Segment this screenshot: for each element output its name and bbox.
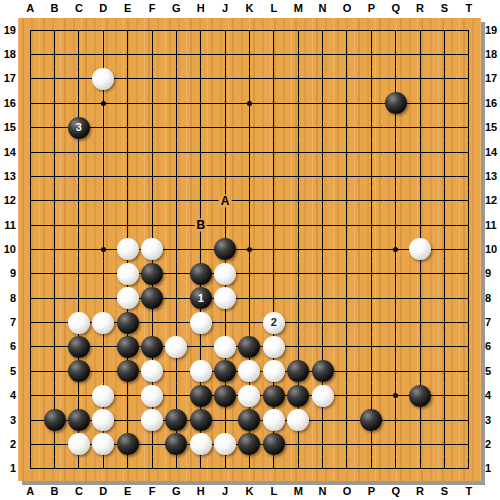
intersection[interactable] bbox=[42, 164, 66, 188]
intersection[interactable] bbox=[189, 457, 213, 481]
intersection[interactable] bbox=[140, 18, 164, 42]
white-stone[interactable] bbox=[312, 385, 334, 407]
intersection[interactable] bbox=[262, 42, 286, 66]
intersection[interactable] bbox=[384, 67, 408, 91]
intersection[interactable] bbox=[140, 335, 164, 359]
intersection[interactable] bbox=[189, 115, 213, 139]
intersection[interactable] bbox=[457, 67, 481, 91]
white-stone[interactable] bbox=[141, 409, 163, 431]
intersection[interactable] bbox=[18, 213, 42, 237]
intersection[interactable] bbox=[67, 42, 91, 66]
intersection[interactable] bbox=[67, 237, 91, 261]
intersection[interactable] bbox=[164, 115, 188, 139]
black-stone[interactable]: 3 bbox=[68, 117, 90, 139]
intersection[interactable] bbox=[384, 457, 408, 481]
intersection[interactable] bbox=[91, 67, 115, 91]
intersection[interactable] bbox=[457, 457, 481, 481]
intersection[interactable] bbox=[262, 262, 286, 286]
intersection[interactable] bbox=[67, 67, 91, 91]
intersection[interactable] bbox=[42, 115, 66, 139]
intersection[interactable] bbox=[237, 213, 261, 237]
intersection[interactable] bbox=[408, 310, 432, 334]
intersection[interactable] bbox=[164, 18, 188, 42]
intersection[interactable] bbox=[91, 213, 115, 237]
intersection[interactable] bbox=[67, 189, 91, 213]
white-stone[interactable] bbox=[409, 238, 431, 260]
black-stone[interactable]: 1 bbox=[190, 287, 212, 309]
intersection[interactable] bbox=[115, 359, 139, 383]
white-stone[interactable] bbox=[214, 263, 236, 285]
intersection[interactable]: 2 bbox=[262, 310, 286, 334]
intersection[interactable] bbox=[359, 286, 383, 310]
intersection[interactable] bbox=[189, 335, 213, 359]
intersection[interactable] bbox=[262, 335, 286, 359]
intersection[interactable] bbox=[115, 384, 139, 408]
intersection[interactable] bbox=[164, 286, 188, 310]
intersection[interactable] bbox=[408, 91, 432, 115]
intersection[interactable] bbox=[42, 67, 66, 91]
intersection[interactable] bbox=[286, 457, 310, 481]
intersection[interactable] bbox=[213, 67, 237, 91]
intersection[interactable] bbox=[237, 115, 261, 139]
intersection[interactable] bbox=[237, 164, 261, 188]
intersection[interactable] bbox=[237, 310, 261, 334]
intersection[interactable] bbox=[432, 67, 456, 91]
intersection[interactable] bbox=[18, 164, 42, 188]
intersection[interactable] bbox=[91, 310, 115, 334]
intersection[interactable] bbox=[310, 335, 334, 359]
intersection[interactable] bbox=[262, 286, 286, 310]
intersection[interactable] bbox=[237, 335, 261, 359]
intersection[interactable] bbox=[67, 408, 91, 432]
intersection[interactable] bbox=[18, 310, 42, 334]
intersection[interactable] bbox=[262, 432, 286, 456]
intersection[interactable] bbox=[164, 189, 188, 213]
intersection[interactable] bbox=[164, 213, 188, 237]
intersection[interactable] bbox=[237, 140, 261, 164]
intersection[interactable] bbox=[310, 18, 334, 42]
intersection[interactable] bbox=[335, 335, 359, 359]
intersection[interactable] bbox=[457, 432, 481, 456]
intersection[interactable] bbox=[42, 213, 66, 237]
white-stone[interactable] bbox=[117, 287, 139, 309]
intersection[interactable] bbox=[164, 237, 188, 261]
intersection[interactable] bbox=[384, 384, 408, 408]
intersection[interactable] bbox=[164, 384, 188, 408]
intersection[interactable] bbox=[262, 115, 286, 139]
intersection[interactable] bbox=[115, 18, 139, 42]
intersection[interactable] bbox=[164, 432, 188, 456]
intersection[interactable] bbox=[310, 140, 334, 164]
intersection[interactable] bbox=[262, 457, 286, 481]
intersection[interactable] bbox=[310, 408, 334, 432]
intersection[interactable] bbox=[91, 18, 115, 42]
intersection[interactable] bbox=[457, 42, 481, 66]
intersection[interactable] bbox=[286, 42, 310, 66]
white-stone[interactable] bbox=[141, 238, 163, 260]
intersection[interactable] bbox=[310, 262, 334, 286]
intersection[interactable] bbox=[237, 384, 261, 408]
intersection[interactable] bbox=[359, 115, 383, 139]
intersection[interactable] bbox=[164, 262, 188, 286]
black-stone[interactable] bbox=[360, 409, 382, 431]
intersection[interactable] bbox=[91, 189, 115, 213]
intersection[interactable] bbox=[408, 335, 432, 359]
intersection[interactable] bbox=[213, 262, 237, 286]
intersection[interactable] bbox=[189, 18, 213, 42]
intersection[interactable] bbox=[384, 286, 408, 310]
intersection[interactable] bbox=[164, 310, 188, 334]
intersection[interactable] bbox=[189, 262, 213, 286]
white-stone[interactable]: 2 bbox=[263, 312, 285, 334]
intersection[interactable] bbox=[359, 164, 383, 188]
intersection[interactable] bbox=[213, 432, 237, 456]
white-stone[interactable] bbox=[263, 360, 285, 382]
intersection[interactable] bbox=[213, 457, 237, 481]
intersection[interactable] bbox=[237, 408, 261, 432]
intersection[interactable] bbox=[286, 432, 310, 456]
black-stone[interactable] bbox=[238, 336, 260, 358]
intersection[interactable] bbox=[286, 310, 310, 334]
black-stone[interactable] bbox=[68, 409, 90, 431]
intersection[interactable] bbox=[432, 384, 456, 408]
intersection[interactable] bbox=[335, 384, 359, 408]
intersection[interactable] bbox=[286, 286, 310, 310]
intersection[interactable] bbox=[189, 432, 213, 456]
intersection[interactable] bbox=[115, 310, 139, 334]
intersection[interactable] bbox=[91, 42, 115, 66]
intersection[interactable] bbox=[237, 18, 261, 42]
intersection[interactable] bbox=[384, 432, 408, 456]
intersection[interactable] bbox=[408, 42, 432, 66]
white-stone[interactable] bbox=[92, 312, 114, 334]
white-stone[interactable] bbox=[92, 385, 114, 407]
black-stone[interactable] bbox=[141, 287, 163, 309]
intersection[interactable] bbox=[213, 237, 237, 261]
intersection[interactable] bbox=[140, 42, 164, 66]
black-stone[interactable] bbox=[263, 385, 285, 407]
intersection[interactable] bbox=[67, 213, 91, 237]
white-stone[interactable] bbox=[214, 287, 236, 309]
intersection[interactable] bbox=[335, 432, 359, 456]
intersection[interactable] bbox=[140, 359, 164, 383]
white-stone[interactable] bbox=[68, 312, 90, 334]
intersection[interactable] bbox=[359, 384, 383, 408]
intersection[interactable] bbox=[42, 384, 66, 408]
intersection[interactable] bbox=[189, 359, 213, 383]
intersection[interactable] bbox=[91, 140, 115, 164]
intersection[interactable] bbox=[237, 67, 261, 91]
intersection[interactable] bbox=[310, 164, 334, 188]
intersection[interactable] bbox=[42, 408, 66, 432]
black-stone[interactable] bbox=[117, 360, 139, 382]
intersection[interactable] bbox=[67, 359, 91, 383]
intersection[interactable] bbox=[189, 408, 213, 432]
intersection[interactable] bbox=[189, 310, 213, 334]
intersection[interactable] bbox=[286, 213, 310, 237]
intersection[interactable] bbox=[286, 164, 310, 188]
intersection[interactable] bbox=[457, 262, 481, 286]
intersection[interactable] bbox=[432, 359, 456, 383]
intersection[interactable] bbox=[310, 432, 334, 456]
intersection[interactable] bbox=[140, 286, 164, 310]
intersection[interactable] bbox=[42, 42, 66, 66]
intersection[interactable] bbox=[18, 115, 42, 139]
intersection[interactable] bbox=[457, 91, 481, 115]
intersection[interactable] bbox=[213, 18, 237, 42]
white-stone[interactable] bbox=[263, 409, 285, 431]
intersection[interactable] bbox=[432, 140, 456, 164]
intersection[interactable] bbox=[310, 457, 334, 481]
intersection[interactable] bbox=[457, 384, 481, 408]
intersection[interactable] bbox=[335, 115, 359, 139]
intersection[interactable] bbox=[213, 115, 237, 139]
intersection[interactable] bbox=[115, 213, 139, 237]
intersection[interactable] bbox=[457, 213, 481, 237]
intersection[interactable] bbox=[164, 164, 188, 188]
intersection[interactable] bbox=[432, 189, 456, 213]
intersection[interactable] bbox=[432, 457, 456, 481]
black-stone[interactable] bbox=[214, 385, 236, 407]
intersection[interactable] bbox=[262, 237, 286, 261]
intersection[interactable] bbox=[91, 335, 115, 359]
intersection[interactable] bbox=[408, 213, 432, 237]
intersection[interactable] bbox=[67, 335, 91, 359]
intersection[interactable] bbox=[432, 91, 456, 115]
white-stone[interactable] bbox=[190, 360, 212, 382]
white-stone[interactable] bbox=[165, 336, 187, 358]
intersection[interactable] bbox=[310, 213, 334, 237]
intersection[interactable] bbox=[91, 91, 115, 115]
intersection[interactable] bbox=[359, 67, 383, 91]
white-stone[interactable] bbox=[238, 360, 260, 382]
white-stone[interactable] bbox=[214, 336, 236, 358]
intersection[interactable] bbox=[262, 384, 286, 408]
black-stone[interactable] bbox=[165, 409, 187, 431]
white-stone[interactable] bbox=[68, 433, 90, 455]
intersection[interactable] bbox=[140, 408, 164, 432]
intersection[interactable] bbox=[310, 384, 334, 408]
intersection[interactable] bbox=[140, 262, 164, 286]
intersection[interactable] bbox=[140, 164, 164, 188]
intersection[interactable] bbox=[42, 310, 66, 334]
intersection[interactable] bbox=[164, 408, 188, 432]
intersection[interactable] bbox=[42, 432, 66, 456]
intersection[interactable] bbox=[115, 335, 139, 359]
intersection[interactable] bbox=[384, 164, 408, 188]
intersection[interactable] bbox=[91, 286, 115, 310]
intersection[interactable] bbox=[115, 262, 139, 286]
intersection[interactable] bbox=[335, 262, 359, 286]
intersection[interactable] bbox=[384, 262, 408, 286]
intersection[interactable] bbox=[67, 286, 91, 310]
intersection[interactable] bbox=[359, 91, 383, 115]
intersection[interactable] bbox=[115, 286, 139, 310]
intersection[interactable] bbox=[432, 286, 456, 310]
intersection[interactable] bbox=[67, 18, 91, 42]
intersection[interactable] bbox=[140, 189, 164, 213]
intersection[interactable] bbox=[67, 310, 91, 334]
intersection[interactable] bbox=[408, 115, 432, 139]
intersection[interactable] bbox=[42, 359, 66, 383]
intersection[interactable] bbox=[408, 457, 432, 481]
intersection[interactable] bbox=[189, 42, 213, 66]
intersection[interactable] bbox=[432, 335, 456, 359]
intersection[interactable] bbox=[335, 237, 359, 261]
intersection[interactable] bbox=[310, 91, 334, 115]
intersection[interactable] bbox=[310, 67, 334, 91]
intersection[interactable]: 1 bbox=[189, 286, 213, 310]
intersection[interactable] bbox=[237, 359, 261, 383]
intersection[interactable] bbox=[213, 408, 237, 432]
intersection[interactable] bbox=[359, 18, 383, 42]
intersection[interactable] bbox=[310, 42, 334, 66]
intersection[interactable] bbox=[18, 432, 42, 456]
intersection[interactable] bbox=[286, 237, 310, 261]
intersection[interactable] bbox=[432, 213, 456, 237]
intersection[interactable] bbox=[359, 262, 383, 286]
intersection[interactable] bbox=[18, 359, 42, 383]
intersection[interactable] bbox=[408, 140, 432, 164]
intersection[interactable] bbox=[335, 359, 359, 383]
intersection[interactable]: 3 bbox=[67, 115, 91, 139]
black-stone[interactable] bbox=[68, 336, 90, 358]
intersection[interactable] bbox=[213, 213, 237, 237]
intersection[interactable] bbox=[286, 384, 310, 408]
black-stone[interactable] bbox=[238, 433, 260, 455]
black-stone[interactable] bbox=[117, 433, 139, 455]
black-stone[interactable] bbox=[44, 409, 66, 431]
intersection[interactable] bbox=[335, 42, 359, 66]
intersection[interactable] bbox=[457, 286, 481, 310]
black-stone[interactable] bbox=[385, 92, 407, 114]
intersection[interactable] bbox=[140, 91, 164, 115]
intersection[interactable] bbox=[18, 408, 42, 432]
intersection[interactable] bbox=[335, 164, 359, 188]
black-stone[interactable] bbox=[165, 433, 187, 455]
intersection[interactable] bbox=[432, 237, 456, 261]
intersection[interactable] bbox=[91, 384, 115, 408]
white-stone[interactable] bbox=[141, 385, 163, 407]
intersection[interactable] bbox=[189, 91, 213, 115]
intersection[interactable] bbox=[42, 189, 66, 213]
intersection[interactable] bbox=[384, 213, 408, 237]
intersection[interactable] bbox=[140, 310, 164, 334]
black-stone[interactable] bbox=[190, 385, 212, 407]
intersection[interactable] bbox=[310, 115, 334, 139]
intersection[interactable] bbox=[408, 164, 432, 188]
intersection[interactable] bbox=[286, 140, 310, 164]
intersection[interactable] bbox=[384, 18, 408, 42]
intersection[interactable] bbox=[335, 140, 359, 164]
intersection[interactable] bbox=[67, 262, 91, 286]
intersection[interactable] bbox=[384, 408, 408, 432]
intersection[interactable] bbox=[408, 262, 432, 286]
intersection[interactable] bbox=[408, 18, 432, 42]
intersection[interactable] bbox=[213, 140, 237, 164]
intersection[interactable] bbox=[213, 359, 237, 383]
intersection[interactable] bbox=[432, 115, 456, 139]
white-stone[interactable] bbox=[190, 433, 212, 455]
intersection[interactable] bbox=[286, 408, 310, 432]
black-stone[interactable] bbox=[141, 336, 163, 358]
intersection[interactable] bbox=[189, 164, 213, 188]
intersection[interactable] bbox=[384, 189, 408, 213]
intersection[interactable] bbox=[18, 237, 42, 261]
intersection[interactable] bbox=[335, 18, 359, 42]
intersection[interactable] bbox=[335, 286, 359, 310]
intersection[interactable] bbox=[91, 164, 115, 188]
intersection[interactable]: A bbox=[213, 189, 237, 213]
intersection[interactable] bbox=[18, 262, 42, 286]
intersection[interactable] bbox=[335, 189, 359, 213]
white-stone[interactable] bbox=[141, 360, 163, 382]
intersection[interactable] bbox=[262, 213, 286, 237]
intersection[interactable] bbox=[359, 408, 383, 432]
intersection[interactable] bbox=[213, 310, 237, 334]
intersection[interactable] bbox=[359, 189, 383, 213]
intersection[interactable] bbox=[432, 432, 456, 456]
intersection[interactable] bbox=[140, 115, 164, 139]
intersection[interactable] bbox=[384, 42, 408, 66]
intersection[interactable] bbox=[286, 115, 310, 139]
white-stone[interactable] bbox=[117, 263, 139, 285]
intersection[interactable] bbox=[457, 310, 481, 334]
intersection[interactable] bbox=[115, 408, 139, 432]
intersection[interactable] bbox=[335, 310, 359, 334]
intersection[interactable] bbox=[335, 408, 359, 432]
intersection[interactable] bbox=[237, 91, 261, 115]
intersection[interactable] bbox=[359, 432, 383, 456]
intersection[interactable] bbox=[213, 164, 237, 188]
intersection[interactable] bbox=[115, 67, 139, 91]
intersection[interactable] bbox=[310, 310, 334, 334]
intersection[interactable] bbox=[91, 237, 115, 261]
black-stone[interactable] bbox=[68, 360, 90, 382]
intersection[interactable] bbox=[213, 91, 237, 115]
intersection[interactable] bbox=[164, 140, 188, 164]
intersection[interactable] bbox=[164, 359, 188, 383]
intersection[interactable] bbox=[408, 189, 432, 213]
intersection[interactable] bbox=[384, 237, 408, 261]
intersection[interactable] bbox=[408, 286, 432, 310]
intersection[interactable] bbox=[359, 310, 383, 334]
intersection[interactable] bbox=[18, 189, 42, 213]
intersection[interactable] bbox=[384, 335, 408, 359]
intersection[interactable] bbox=[286, 359, 310, 383]
intersection[interactable] bbox=[408, 432, 432, 456]
intersection[interactable] bbox=[432, 262, 456, 286]
intersection[interactable] bbox=[384, 115, 408, 139]
intersection[interactable] bbox=[262, 189, 286, 213]
intersection[interactable] bbox=[140, 140, 164, 164]
intersection[interactable] bbox=[359, 42, 383, 66]
intersection[interactable] bbox=[213, 42, 237, 66]
white-stone[interactable] bbox=[238, 385, 260, 407]
intersection[interactable] bbox=[359, 359, 383, 383]
intersection[interactable] bbox=[432, 164, 456, 188]
black-stone[interactable] bbox=[312, 360, 334, 382]
intersection[interactable] bbox=[310, 189, 334, 213]
intersection[interactable] bbox=[359, 335, 383, 359]
intersection[interactable] bbox=[189, 189, 213, 213]
intersection[interactable] bbox=[140, 237, 164, 261]
intersection[interactable] bbox=[18, 67, 42, 91]
intersection[interactable] bbox=[432, 408, 456, 432]
black-stone[interactable] bbox=[214, 360, 236, 382]
white-stone[interactable] bbox=[287, 409, 309, 431]
intersection[interactable] bbox=[42, 140, 66, 164]
